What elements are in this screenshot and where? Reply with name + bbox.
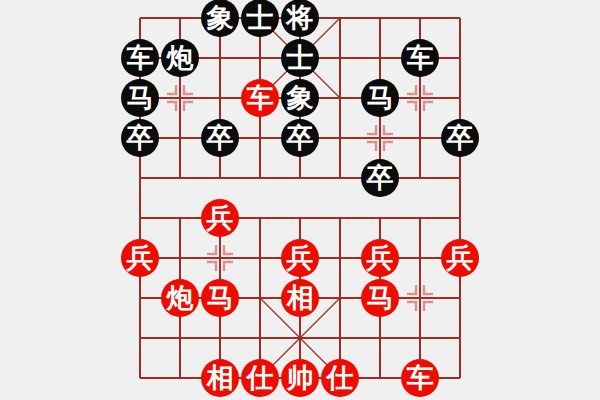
piece-black-chariot[interactable]: 车 — [121, 39, 159, 77]
pieces-layer: 象士将车炮士车马车象马卒卒卒卒卒兵兵兵兵兵炮马相马相仕帅仕车 — [0, 0, 600, 400]
piece-black-advisor[interactable]: 士 — [281, 39, 319, 77]
piece-black-chariot[interactable]: 车 — [401, 39, 439, 77]
piece-black-advisor[interactable]: 士 — [241, 0, 279, 37]
piece-red-pawn[interactable]: 兵 — [201, 199, 239, 237]
piece-black-elephant[interactable]: 象 — [281, 79, 319, 117]
piece-red-pawn[interactable]: 兵 — [281, 239, 319, 277]
piece-red-horse[interactable]: 马 — [201, 279, 239, 317]
piece-black-horse[interactable]: 马 — [121, 79, 159, 117]
piece-black-horse[interactable]: 马 — [361, 79, 399, 117]
piece-red-chariot[interactable]: 车 — [241, 79, 279, 117]
piece-red-advisor[interactable]: 仕 — [241, 359, 279, 397]
xiangqi-board: 象士将车炮士车马车象马卒卒卒卒卒兵兵兵兵兵炮马相马相仕帅仕车 — [0, 0, 600, 400]
piece-red-horse[interactable]: 马 — [361, 279, 399, 317]
piece-black-cannon[interactable]: 炮 — [161, 39, 199, 77]
piece-red-cannon[interactable]: 炮 — [161, 279, 199, 317]
piece-red-general[interactable]: 帅 — [281, 359, 319, 397]
piece-black-pawn[interactable]: 卒 — [361, 159, 399, 197]
piece-red-pawn[interactable]: 兵 — [121, 239, 159, 277]
piece-black-pawn[interactable]: 卒 — [441, 119, 479, 157]
piece-black-pawn[interactable]: 卒 — [281, 119, 319, 157]
piece-red-elephant[interactable]: 相 — [281, 279, 319, 317]
piece-red-chariot[interactable]: 车 — [401, 359, 439, 397]
piece-red-advisor[interactable]: 仕 — [321, 359, 359, 397]
piece-black-pawn[interactable]: 卒 — [121, 119, 159, 157]
piece-black-pawn[interactable]: 卒 — [201, 119, 239, 157]
piece-black-elephant[interactable]: 象 — [201, 0, 239, 37]
piece-red-pawn[interactable]: 兵 — [361, 239, 399, 277]
piece-black-general[interactable]: 将 — [281, 0, 319, 37]
piece-red-pawn[interactable]: 兵 — [441, 239, 479, 277]
piece-red-elephant[interactable]: 相 — [201, 359, 239, 397]
